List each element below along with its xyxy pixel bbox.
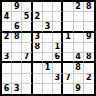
sudoku-board: 9284526328319813764818372639 [0,0,96,96]
sudoku-cell-empty[interactable] [53,2,63,12]
sudoku-cell-given: 7 [22,53,32,63]
sudoku-cell-given: 3 [12,84,22,94]
sudoku-cell-empty[interactable] [33,74,43,84]
sudoku-cell-empty[interactable] [43,33,53,43]
sudoku-cell-empty[interactable] [84,12,94,22]
sudoku-cell-given: 2 [74,2,84,12]
sudoku-cell-empty[interactable] [53,84,63,94]
sudoku-cell-given: 6 [2,84,12,94]
sudoku-cell-empty[interactable] [84,84,94,94]
sudoku-cell-given: 6 [53,53,63,63]
sudoku-cell-given: 2 [33,12,43,22]
sudoku-cell-empty[interactable] [2,43,12,53]
sudoku-cell-empty[interactable] [33,63,43,73]
sudoku-cell-given: 4 [2,12,12,22]
sudoku-cell-given: 9 [84,33,94,43]
sudoku-cell-empty[interactable] [2,2,12,12]
sudoku-cell-empty[interactable] [53,22,63,32]
sudoku-cell-empty[interactable] [84,63,94,73]
sudoku-cell-given: 3 [33,33,43,43]
sudoku-cell-empty[interactable] [74,74,84,84]
sudoku-cell-empty[interactable] [74,12,84,22]
sudoku-cell-empty[interactable] [2,63,12,73]
sudoku-cell-empty[interactable] [63,53,73,63]
sudoku-cell-empty[interactable] [43,74,53,84]
sudoku-cell-empty[interactable] [12,12,22,22]
sudoku-cell-given: 5 [22,12,32,22]
sudoku-cell-given: 3 [2,53,12,63]
sudoku-cell-given: 8 [84,53,94,63]
sudoku-cell-given: 7 [63,74,73,84]
sudoku-cell-empty[interactable] [63,22,73,32]
sudoku-cell-empty[interactable] [12,53,22,63]
sudoku-cell-given: 2 [84,74,94,84]
sudoku-cell-given: 8 [33,43,43,53]
sudoku-cell-given: 8 [12,33,22,43]
sudoku-cell-empty[interactable] [74,33,84,43]
sudoku-cell-empty[interactable] [43,53,53,63]
sudoku-cell-empty[interactable] [22,74,32,84]
sudoku-cell-empty[interactable] [43,2,53,12]
sudoku-cell-empty[interactable] [53,63,63,73]
sudoku-cell-given: 2 [2,33,12,43]
sudoku-cell-given: 9 [12,2,22,12]
sudoku-cell-empty[interactable] [22,22,32,32]
sudoku-cell-given: 6 [12,22,22,32]
sudoku-cell-empty[interactable] [33,2,43,12]
sudoku-cell-empty[interactable] [2,22,12,32]
sudoku-cell-empty[interactable] [22,43,32,53]
sudoku-cell-empty[interactable] [63,2,73,12]
sudoku-cell-empty[interactable] [43,43,53,53]
sudoku-cell-empty[interactable] [74,22,84,32]
sudoku-cell-empty[interactable] [22,2,32,12]
sudoku-cell-empty[interactable] [74,43,84,53]
sudoku-cell-empty[interactable] [2,74,12,84]
sudoku-cell-given: 3 [53,74,63,84]
sudoku-cell-empty[interactable] [63,43,73,53]
sudoku-cell-given: 1 [63,33,73,43]
sudoku-cell-given: 9 [74,84,84,94]
sudoku-cell-empty[interactable] [63,12,73,22]
sudoku-cell-given: 1 [43,63,53,73]
sudoku-cell-empty[interactable] [53,12,63,22]
sudoku-cell-given: 3 [43,22,53,32]
sudoku-cell-empty[interactable] [33,84,43,94]
sudoku-cell-empty[interactable] [22,84,32,94]
sudoku-cell-empty[interactable] [12,63,22,73]
sudoku-cell-empty[interactable] [63,63,73,73]
sudoku-cell-given: 4 [74,53,84,63]
sudoku-cell-empty[interactable] [33,22,43,32]
sudoku-cell-empty[interactable] [53,33,63,43]
sudoku-cell-given: 8 [84,2,94,12]
sudoku-cell-empty[interactable] [22,63,32,73]
sudoku-cell-empty[interactable] [22,33,32,43]
sudoku-cell-empty[interactable] [12,74,22,84]
sudoku-cell-empty[interactable] [43,84,53,94]
sudoku-cell-empty[interactable] [84,43,94,53]
sudoku-cell-empty[interactable] [63,84,73,94]
sudoku-cell-given: 1 [53,43,63,53]
sudoku-cell-given: 8 [74,63,84,73]
sudoku-cell-empty[interactable] [84,22,94,32]
sudoku-cell-empty[interactable] [12,43,22,53]
sudoku-screenshot: 9284526328319813764818372639 [0,0,96,96]
sudoku-cell-empty[interactable] [43,12,53,22]
sudoku-cell-empty[interactable] [33,53,43,63]
